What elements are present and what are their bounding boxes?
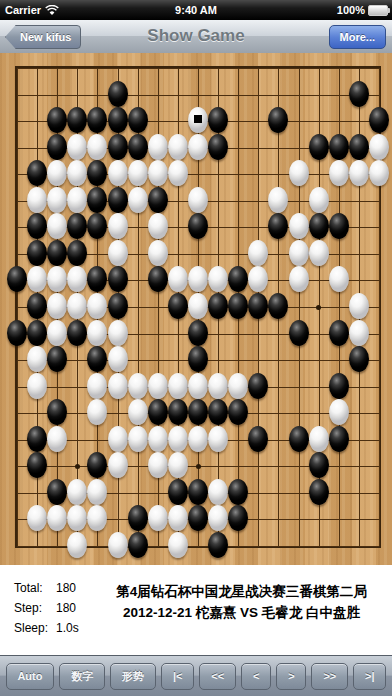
white-stone[interactable] [208, 426, 228, 452]
star-point [316, 305, 321, 310]
black-stone[interactable] [27, 426, 47, 452]
white-stone[interactable] [329, 160, 349, 186]
white-stone[interactable] [108, 213, 128, 239]
white-stone[interactable] [128, 187, 148, 213]
white-stone[interactable] [188, 187, 208, 213]
white-stone[interactable] [208, 479, 228, 505]
white-stone[interactable] [369, 134, 389, 160]
white-stone[interactable] [289, 160, 309, 186]
white-stone[interactable] [108, 320, 128, 346]
star-point [196, 464, 201, 469]
sleep-label: Sleep: [14, 621, 48, 635]
black-stone[interactable] [7, 320, 27, 346]
black-stone[interactable] [108, 134, 128, 160]
white-stone[interactable] [128, 399, 148, 425]
white-stone[interactable] [188, 373, 208, 399]
white-stone[interactable] [108, 373, 128, 399]
navigation-bar: New kifus Show Game More... [0, 20, 392, 54]
white-stone[interactable] [148, 160, 168, 186]
black-stone[interactable] [108, 266, 128, 292]
star-point [75, 464, 80, 469]
black-stone[interactable] [148, 266, 168, 292]
black-stone[interactable] [289, 320, 309, 346]
go-board[interactable] [0, 53, 392, 565]
black-stone[interactable] [67, 320, 87, 346]
white-stone[interactable] [108, 240, 128, 266]
white-stone[interactable] [369, 160, 389, 186]
white-stone[interactable] [349, 293, 369, 319]
white-stone[interactable] [289, 266, 309, 292]
black-stone[interactable] [47, 479, 67, 505]
white-stone[interactable] [188, 293, 208, 319]
fast-forward-button[interactable]: >> [311, 663, 348, 690]
white-stone[interactable] [148, 240, 168, 266]
total-row: Total: 180 [14, 581, 43, 595]
last-move-button[interactable]: >| [353, 663, 386, 690]
black-stone[interactable] [108, 81, 128, 107]
black-stone[interactable] [309, 452, 329, 478]
white-stone[interactable] [329, 399, 349, 425]
white-stone[interactable] [67, 134, 87, 160]
black-stone[interactable] [47, 134, 67, 160]
black-stone[interactable] [148, 187, 168, 213]
game-title-line1: 第4届钻石杯中国龙星战决赛三番棋第二局 [95, 581, 388, 602]
info-panel: Total: 180 Step: 180 Sleep: 1.0s 第4届钻石杯中… [0, 565, 392, 655]
black-stone[interactable] [208, 134, 228, 160]
white-stone[interactable] [289, 213, 309, 239]
black-stone[interactable] [168, 399, 188, 425]
step-row: Step: 180 [14, 601, 42, 615]
black-stone[interactable] [309, 134, 329, 160]
white-stone[interactable] [228, 373, 248, 399]
white-stone[interactable] [168, 452, 188, 478]
black-stone[interactable] [208, 293, 228, 319]
first-move-button[interactable]: |< [161, 663, 194, 690]
white-stone[interactable] [67, 532, 87, 558]
black-stone[interactable] [309, 479, 329, 505]
black-stone[interactable] [329, 373, 349, 399]
white-stone[interactable] [128, 373, 148, 399]
black-stone[interactable] [349, 346, 369, 372]
black-stone[interactable] [108, 293, 128, 319]
white-stone[interactable] [168, 426, 188, 452]
status-bar: Carrier 9:40 AM 100% [0, 0, 392, 20]
white-stone[interactable] [148, 134, 168, 160]
black-stone[interactable] [108, 107, 128, 133]
white-stone[interactable] [108, 532, 128, 558]
grid-line-vertical [299, 68, 300, 546]
white-stone[interactable] [309, 240, 329, 266]
white-stone[interactable] [208, 373, 228, 399]
white-stone[interactable] [27, 187, 47, 213]
white-stone[interactable] [309, 187, 329, 213]
step-label: Step: [14, 601, 42, 615]
black-stone[interactable] [208, 532, 228, 558]
black-stone[interactable] [108, 187, 128, 213]
white-stone[interactable] [108, 452, 128, 478]
black-stone[interactable] [27, 240, 47, 266]
step-value: 180 [56, 601, 76, 615]
black-stone[interactable] [188, 479, 208, 505]
black-stone[interactable] [369, 107, 389, 133]
total-value: 180 [56, 581, 76, 595]
fast-rewind-button[interactable]: << [199, 663, 236, 690]
white-stone[interactable] [128, 426, 148, 452]
white-stone[interactable] [329, 266, 349, 292]
black-stone[interactable] [349, 134, 369, 160]
black-stone[interactable] [128, 134, 148, 160]
black-stone[interactable] [128, 107, 148, 133]
white-stone[interactable] [289, 240, 309, 266]
white-stone[interactable] [188, 134, 208, 160]
black-stone[interactable] [329, 134, 349, 160]
numbers-button[interactable]: 数字 [59, 663, 105, 690]
black-stone[interactable] [27, 320, 47, 346]
auto-button[interactable]: Auto [6, 663, 55, 690]
sleep-value: 1.0s [56, 621, 79, 635]
black-stone[interactable] [228, 479, 248, 505]
white-stone[interactable] [349, 160, 369, 186]
white-stone[interactable] [148, 426, 168, 452]
white-stone[interactable] [148, 213, 168, 239]
prev-move-button[interactable]: < [241, 663, 271, 690]
clock: 9:40 AM [0, 4, 392, 16]
territory-button[interactable]: 形势 [110, 663, 156, 690]
white-stone[interactable] [27, 373, 47, 399]
game-title: 第4届钻石杯中国龙星战决赛三番棋第二局 2012-12-21 柁嘉熹 VS 毛睿… [95, 581, 388, 623]
black-stone[interactable] [188, 320, 208, 346]
black-stone[interactable] [289, 426, 309, 452]
white-stone[interactable] [148, 373, 168, 399]
black-stone[interactable] [128, 532, 148, 558]
playback-toolbar: Auto数字形势|<<<<>>>>| [0, 655, 392, 696]
black-stone[interactable] [188, 346, 208, 372]
white-stone[interactable] [108, 160, 128, 186]
white-stone[interactable] [108, 346, 128, 372]
black-stone[interactable] [168, 479, 188, 505]
white-stone[interactable] [349, 320, 369, 346]
black-stone[interactable] [27, 293, 47, 319]
white-stone[interactable] [148, 452, 168, 478]
white-stone[interactable] [188, 107, 208, 133]
white-stone[interactable] [47, 320, 67, 346]
white-stone[interactable] [188, 426, 208, 452]
battery-percent: 100% [337, 4, 365, 16]
more-button[interactable]: More... [329, 25, 386, 49]
black-stone[interactable] [128, 505, 148, 531]
black-stone[interactable] [168, 293, 188, 319]
black-stone[interactable] [309, 213, 329, 239]
next-move-button[interactable]: > [276, 663, 306, 690]
white-stone[interactable] [47, 187, 67, 213]
black-stone[interactable] [329, 213, 349, 239]
black-stone[interactable] [329, 426, 349, 452]
black-stone[interactable] [329, 320, 349, 346]
black-stone[interactable] [248, 373, 268, 399]
white-stone[interactable] [128, 160, 148, 186]
game-title-line2: 2012-12-21 柁嘉熹 VS 毛睿龙 白中盘胜 [95, 602, 388, 623]
white-stone[interactable] [47, 426, 67, 452]
battery-icon [368, 5, 388, 16]
white-stone[interactable] [168, 532, 188, 558]
white-stone[interactable] [168, 160, 188, 186]
black-stone[interactable] [349, 81, 369, 107]
black-stone[interactable] [47, 240, 67, 266]
white-stone[interactable] [148, 505, 168, 531]
white-stone[interactable] [168, 373, 188, 399]
sleep-row: Sleep: 1.0s [14, 621, 48, 635]
white-stone[interactable] [108, 426, 128, 452]
white-stone[interactable] [87, 320, 107, 346]
total-label: Total: [14, 581, 43, 595]
white-stone[interactable] [168, 134, 188, 160]
black-stone[interactable] [148, 399, 168, 425]
white-stone[interactable] [309, 426, 329, 452]
last-move-marker-icon [194, 115, 202, 123]
